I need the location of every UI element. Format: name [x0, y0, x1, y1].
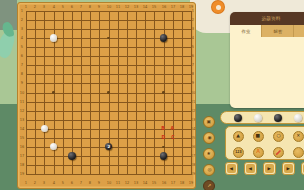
coord-label: 16: [191, 145, 196, 149]
letter-mark-c[interactable]: C: [171, 135, 174, 139]
play-button[interactable]: ▶: [301, 162, 304, 175]
coord-label: 9: [98, 5, 100, 9]
arrow-glyph: ▶: [268, 166, 271, 170]
coord-label: 19: [19, 172, 24, 176]
go-to-end-button[interactable]: ▶: [282, 162, 295, 175]
coord-label: 3: [20, 27, 22, 31]
coord-label: 17: [191, 154, 196, 158]
star-point: [107, 37, 109, 39]
coord-label: 6: [71, 181, 73, 185]
coord-label: 13: [19, 118, 24, 122]
go-to-start-button-icon: ◀: [227, 164, 236, 173]
step-back-button-icon: ◀: [246, 164, 255, 173]
step-forward-button-icon: ▶: [265, 164, 274, 173]
white-stone: [41, 125, 49, 133]
tab-homework[interactable]: 作业: [230, 25, 261, 37]
side-button-4[interactable]: ◎: [203, 164, 215, 176]
go-to-end-button-icon: ▶: [284, 164, 293, 173]
side-button-3-icon: ★: [207, 152, 211, 157]
star-point: [52, 91, 54, 93]
coord-label: 8: [89, 5, 91, 9]
coord-label: 10: [19, 91, 24, 95]
coord-label: 9: [20, 82, 22, 86]
coord-label: 10: [106, 181, 111, 185]
coord-label: 4: [52, 5, 54, 9]
side-button-2-icon: ◉: [207, 136, 211, 141]
black-stone: [160, 152, 168, 160]
go-board[interactable]: 2ABCD 1111222233334444555566667777888899…: [17, 2, 196, 189]
arrow-glyph: ◀: [230, 166, 233, 170]
white-stone-option[interactable]: [254, 114, 262, 122]
coord-label: 15: [19, 136, 24, 140]
coord-label: 1: [25, 181, 27, 185]
triangle-marker-button-glyph: ▲: [236, 134, 240, 139]
coord-label: 18: [19, 163, 24, 167]
coord-label: 3: [192, 27, 194, 31]
coord-label: 7: [192, 64, 194, 68]
coord-label: 4: [192, 36, 194, 40]
tab-homework-label: 作业: [241, 28, 250, 34]
letter-marker-button[interactable]: A: [253, 147, 264, 158]
coord-label: 2: [192, 18, 194, 22]
coord-label: 4: [52, 181, 54, 185]
coord-label: 6: [192, 54, 194, 58]
coord-label: 12: [19, 109, 24, 113]
app-window: 2ABCD 1111222233334444555566667777888899…: [0, 0, 304, 190]
coord-label: 17: [170, 181, 175, 185]
coord-label: 8: [89, 181, 91, 185]
coord-label: 11: [115, 181, 120, 185]
side-button-2[interactable]: ◉: [203, 132, 215, 144]
coord-label: 18: [180, 5, 185, 9]
coord-label: 15: [152, 5, 157, 9]
move-number: 2: [107, 145, 110, 149]
coord-label: 5: [62, 181, 64, 185]
black-stone: [68, 152, 76, 160]
coord-label: 17: [19, 154, 24, 158]
tab-answer-label: 解答: [273, 28, 282, 34]
coord-label: 16: [19, 145, 24, 149]
side-button-1[interactable]: ▣: [203, 116, 215, 128]
coord-label: 5: [62, 5, 64, 9]
coord-label: 12: [125, 5, 130, 9]
eraser-tool-button[interactable]: [293, 147, 304, 158]
side-button-4-icon: ◎: [207, 168, 211, 173]
letter-mark-a[interactable]: A: [171, 126, 174, 130]
move-navigation-bar: ◀◀▶▶▶: [225, 162, 304, 175]
coord-label: 11: [115, 5, 120, 9]
coord-label: 4: [20, 36, 22, 40]
coord-label: 10: [106, 5, 111, 9]
coord-label: 2: [34, 181, 36, 185]
coord-label: 19: [191, 172, 196, 176]
black-stone-option[interactable]: [234, 114, 242, 122]
coord-label: 12: [125, 181, 130, 185]
coord-label: 13: [134, 5, 139, 9]
marker-toolbox: ▲■○×123A: [225, 126, 304, 160]
number-marker-button[interactable]: 123: [233, 147, 244, 158]
coord-label: 18: [191, 163, 196, 167]
side-button-5-icon: ↗: [207, 184, 211, 189]
panel-body: [230, 37, 304, 108]
coord-label: 16: [161, 181, 166, 185]
coord-label: 5: [192, 45, 194, 49]
pencil-icon: [275, 149, 282, 156]
white-stone-option[interactable]: [294, 114, 302, 122]
letter-mark-b[interactable]: B: [162, 126, 165, 130]
coord-label: 3: [43, 5, 45, 9]
coord-label: 17: [170, 5, 175, 9]
black-stone: 2: [105, 143, 113, 151]
coord-label: 19: [189, 5, 194, 9]
coord-label: 7: [20, 64, 22, 68]
star-point: [107, 91, 109, 93]
coord-label: 1: [20, 9, 22, 13]
star-point: [162, 146, 164, 148]
white-stone: [50, 143, 58, 151]
step-forward-button[interactable]: ▶: [263, 162, 276, 175]
coord-label: 1: [25, 5, 27, 9]
stone-color-palette: [220, 111, 304, 124]
coord-label: 14: [143, 181, 148, 185]
coord-label: 13: [191, 118, 196, 122]
arrow-glyph: ▶: [287, 166, 290, 170]
coord-label: 9: [98, 181, 100, 185]
white-stone: [50, 34, 58, 42]
coord-label: 16: [161, 5, 166, 9]
step-back-button[interactable]: ◀: [244, 162, 257, 175]
black-stone-option[interactable]: [274, 114, 282, 122]
panel-tabs: 作业 解答: [230, 25, 304, 37]
coord-label: 10: [191, 91, 196, 95]
coord-label: 9: [192, 82, 194, 86]
coord-label: 14: [191, 127, 196, 131]
coord-label: 7: [80, 5, 82, 9]
coord-label: 2: [20, 18, 22, 22]
cross-marker-button[interactable]: ×: [293, 131, 304, 142]
circle-marker-button[interactable]: ○: [273, 131, 284, 142]
panel-title: 选题资料: [261, 15, 280, 22]
coord-label: 8: [20, 73, 22, 77]
info-panel: 选题资料 作业 解答: [230, 12, 304, 108]
tab-more[interactable]: [293, 25, 304, 37]
coord-label: 19: [189, 181, 194, 185]
triangle-marker-button[interactable]: ▲: [233, 131, 244, 142]
coord-label: 11: [191, 100, 196, 104]
coord-label: 7: [80, 181, 82, 185]
letter-mark-d[interactable]: D: [161, 135, 165, 139]
coord-label: 14: [19, 127, 24, 131]
side-button-3[interactable]: ★: [203, 148, 215, 160]
coord-label: 2: [34, 5, 36, 9]
coord-label: 15: [191, 136, 196, 140]
tab-answer[interactable]: 解答: [261, 25, 293, 37]
arrow-glyph: ◀: [249, 166, 252, 170]
coord-label: 14: [143, 5, 148, 9]
coord-label: 3: [43, 181, 45, 185]
board-grid: 2ABCD: [21, 6, 195, 178]
pen-tool-button[interactable]: [273, 147, 284, 158]
letter-marker-button-glyph: A: [256, 150, 260, 155]
coord-label: 13: [134, 181, 139, 185]
side-button-1-icon: ▣: [207, 120, 212, 125]
coord-label: 18: [180, 181, 185, 185]
coord-label: 8: [192, 73, 194, 77]
cross-marker-button-glyph: ×: [296, 134, 300, 139]
coord-label: 15: [152, 181, 157, 185]
side-button-column: ▣◉★◎↗: [203, 116, 215, 190]
number-marker-button-glyph: 123: [235, 150, 241, 153]
coord-label: 5: [20, 45, 22, 49]
circle-marker-button-glyph: ○: [276, 134, 280, 139]
go-to-start-button[interactable]: ◀: [225, 162, 238, 175]
square-marker-button-glyph: ■: [256, 134, 261, 139]
info-panel-header: 选题资料: [230, 12, 304, 25]
coord-label: 11: [19, 100, 24, 104]
sun-icon: [212, 1, 224, 13]
star-point: [162, 91, 164, 93]
coord-label: 6: [71, 5, 73, 9]
coord-label: 6: [20, 54, 22, 58]
side-button-5[interactable]: ↗: [203, 180, 215, 190]
coord-label: 1: [192, 9, 194, 13]
square-marker-button[interactable]: ■: [253, 131, 264, 142]
black-stone: [160, 34, 168, 42]
play-button-icon: ▶: [303, 164, 304, 173]
mascot-decoration: [0, 22, 18, 64]
coord-label: 12: [191, 109, 196, 113]
